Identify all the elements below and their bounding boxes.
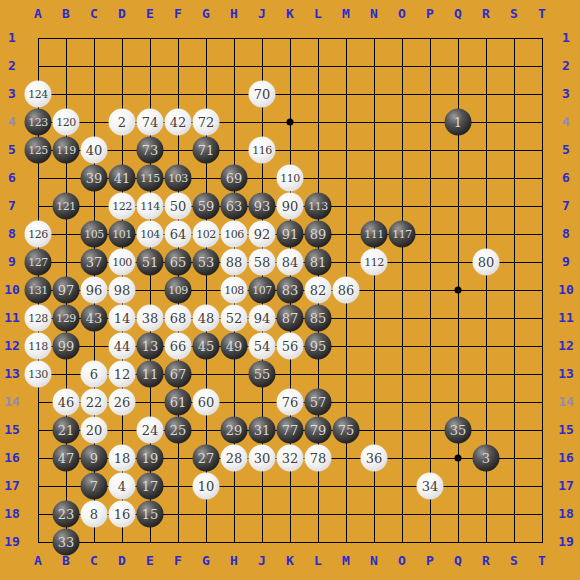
stone-white-J16: 30: [249, 445, 276, 472]
stone-black-F13: 67: [165, 361, 192, 388]
row-label-right-10: 10: [552, 282, 580, 298]
move-number: 127: [28, 256, 48, 269]
col-label-bottom-H: H: [220, 553, 248, 569]
move-number: 90: [282, 199, 299, 214]
col-label-bottom-L: L: [304, 553, 332, 569]
move-number: 34: [422, 479, 439, 494]
move-number: 7: [90, 479, 98, 494]
move-number: 4: [118, 479, 126, 494]
col-label-top-N: N: [360, 6, 388, 22]
stone-black-G12: 45: [193, 333, 220, 360]
move-number: 13: [142, 339, 159, 354]
move-number: 42: [170, 115, 187, 130]
grid-hline: [38, 542, 543, 543]
row-label-left-17: 17: [0, 478, 26, 494]
row-label-right-6: 6: [552, 170, 580, 186]
row-label-right-7: 7: [552, 198, 580, 214]
stone-white-D10: 98: [109, 277, 136, 304]
col-label-top-T: T: [528, 6, 556, 22]
stone-black-B12: 99: [53, 333, 80, 360]
row-label-right-18: 18: [552, 506, 580, 522]
move-number: 111: [364, 228, 384, 241]
col-label-top-O: O: [388, 6, 416, 22]
stone-black-K10: 83: [277, 277, 304, 304]
col-label-bottom-F: F: [164, 553, 192, 569]
move-number: 122: [112, 200, 132, 213]
stone-white-E4: 74: [137, 109, 164, 136]
move-number: 72: [198, 115, 215, 130]
move-number: 106: [224, 228, 244, 241]
col-label-bottom-N: N: [360, 553, 388, 569]
move-number: 56: [282, 339, 299, 354]
move-number: 48: [198, 311, 215, 326]
move-number: 50: [170, 199, 187, 214]
move-number: 74: [142, 115, 159, 130]
move-number: 70: [254, 87, 271, 102]
move-number: 87: [282, 311, 299, 326]
stone-black-J7: 93: [249, 193, 276, 220]
col-label-bottom-O: O: [388, 553, 416, 569]
row-label-left-11: 11: [0, 310, 26, 326]
col-label-bottom-M: M: [332, 553, 360, 569]
row-label-right-1: 1: [552, 30, 580, 46]
stone-white-M10: 86: [333, 277, 360, 304]
move-number: 1: [454, 115, 462, 130]
move-number: 100: [112, 256, 132, 269]
stone-black-O8: 117: [389, 221, 416, 248]
stone-black-B16: 47: [53, 445, 80, 472]
stone-black-J15: 31: [249, 417, 276, 444]
stone-white-C15: 20: [81, 417, 108, 444]
stone-black-M15: 75: [333, 417, 360, 444]
move-number: 52: [226, 311, 243, 326]
move-number: 37: [86, 255, 103, 270]
grid-vline: [542, 38, 543, 543]
stone-white-D14: 26: [109, 389, 136, 416]
stone-white-K9: 84: [277, 249, 304, 276]
col-label-top-E: E: [136, 6, 164, 22]
move-number: 120: [56, 116, 76, 129]
stone-white-J9: 58: [249, 249, 276, 276]
move-number: 94: [254, 311, 271, 326]
col-label-top-M: M: [332, 6, 360, 22]
stone-black-L12: 95: [305, 333, 332, 360]
stone-white-J11: 94: [249, 305, 276, 332]
move-number: 18: [114, 451, 131, 466]
move-number: 30: [254, 451, 271, 466]
move-number: 84: [282, 255, 299, 270]
stone-black-K8: 91: [277, 221, 304, 248]
move-number: 82: [310, 283, 327, 298]
move-number: 28: [226, 451, 243, 466]
stone-black-G16: 27: [193, 445, 220, 472]
move-number: 88: [226, 255, 243, 270]
stone-white-G11: 48: [193, 305, 220, 332]
stone-white-D13: 12: [109, 361, 136, 388]
move-number: 92: [254, 227, 271, 242]
col-label-bottom-D: D: [108, 553, 136, 569]
move-number: 117: [392, 228, 412, 241]
stone-black-B7: 121: [53, 193, 80, 220]
move-number: 26: [114, 395, 131, 410]
row-label-right-2: 2: [552, 58, 580, 74]
col-label-top-S: S: [500, 6, 528, 22]
move-number: 11: [142, 367, 159, 382]
move-number: 60: [198, 395, 215, 410]
col-label-top-K: K: [276, 6, 304, 22]
stone-white-E11: 38: [137, 305, 164, 332]
stone-black-A5: 125: [25, 137, 52, 164]
move-number: 125: [28, 144, 48, 157]
row-label-right-4: 4: [552, 114, 580, 130]
stone-white-K6: 110: [277, 165, 304, 192]
stone-black-K11: 87: [277, 305, 304, 332]
move-number: 101: [112, 228, 132, 241]
move-number: 43: [86, 311, 103, 326]
stone-black-C6: 39: [81, 165, 108, 192]
stone-white-R9: 80: [473, 249, 500, 276]
stone-black-F6: 103: [165, 165, 192, 192]
grid-vline: [402, 38, 403, 543]
stone-white-K16: 32: [277, 445, 304, 472]
stone-black-H12: 49: [221, 333, 248, 360]
move-number: 49: [226, 339, 243, 354]
move-number: 24: [142, 423, 159, 438]
move-number: 114: [140, 200, 160, 213]
stone-black-A4: 123: [25, 109, 52, 136]
move-number: 85: [310, 311, 327, 326]
move-number: 83: [282, 283, 299, 298]
col-label-top-Q: Q: [444, 6, 472, 22]
stone-black-H6: 69: [221, 165, 248, 192]
stone-black-L7: 113: [305, 193, 332, 220]
stone-white-J3: 70: [249, 81, 276, 108]
stone-white-A12: 118: [25, 333, 52, 360]
stone-white-H8: 106: [221, 221, 248, 248]
move-number: 118: [28, 340, 48, 353]
move-number: 105: [84, 228, 104, 241]
move-number: 6: [90, 367, 98, 382]
move-number: 64: [170, 227, 187, 242]
stone-black-C17: 7: [81, 473, 108, 500]
stone-white-F7: 50: [165, 193, 192, 220]
row-label-right-17: 17: [552, 478, 580, 494]
stone-white-C10: 96: [81, 277, 108, 304]
move-number: 93: [254, 199, 271, 214]
move-number: 46: [58, 395, 75, 410]
move-number: 103: [168, 172, 188, 185]
stone-white-E8: 104: [137, 221, 164, 248]
stone-black-L11: 85: [305, 305, 332, 332]
move-number: 58: [254, 255, 271, 270]
stone-white-H11: 52: [221, 305, 248, 332]
move-number: 59: [198, 199, 215, 214]
row-label-left-13: 13: [0, 366, 26, 382]
move-number: 63: [226, 199, 243, 214]
stone-white-G8: 102: [193, 221, 220, 248]
col-label-bottom-A: A: [24, 553, 52, 569]
move-number: 55: [254, 367, 271, 382]
move-number: 98: [114, 283, 131, 298]
stone-white-F12: 66: [165, 333, 192, 360]
row-label-right-3: 3: [552, 86, 580, 102]
move-number: 130: [28, 368, 48, 381]
move-number: 40: [86, 143, 103, 158]
move-number: 31: [254, 423, 271, 438]
stone-white-C18: 8: [81, 501, 108, 528]
move-number: 21: [58, 423, 75, 438]
stone-white-C13: 6: [81, 361, 108, 388]
stone-white-J5: 116: [249, 137, 276, 164]
stone-white-C5: 40: [81, 137, 108, 164]
col-label-bottom-T: T: [528, 553, 556, 569]
move-number: 53: [198, 255, 215, 270]
stone-white-H10: 108: [221, 277, 248, 304]
row-label-right-12: 12: [552, 338, 580, 354]
stone-black-B5: 119: [53, 137, 80, 164]
row-label-left-4: 4: [0, 114, 26, 130]
row-label-right-9: 9: [552, 254, 580, 270]
stone-white-A3: 124: [25, 81, 52, 108]
stone-white-F8: 64: [165, 221, 192, 248]
move-number: 16: [114, 507, 131, 522]
stone-white-N16: 36: [361, 445, 388, 472]
move-number: 67: [170, 367, 187, 382]
move-number: 61: [170, 395, 187, 410]
stone-white-L16: 78: [305, 445, 332, 472]
stone-white-K7: 90: [277, 193, 304, 220]
stone-black-B10: 97: [53, 277, 80, 304]
stone-black-H15: 29: [221, 417, 248, 444]
col-label-top-B: B: [52, 6, 80, 22]
move-number: 57: [310, 395, 327, 410]
move-number: 110: [280, 172, 300, 185]
stone-white-B4: 120: [53, 109, 80, 136]
move-number: 124: [28, 88, 48, 101]
move-number: 113: [308, 200, 328, 213]
move-number: 76: [282, 395, 299, 410]
stone-white-D9: 100: [109, 249, 136, 276]
stone-black-E16: 19: [137, 445, 164, 472]
move-number: 32: [282, 451, 299, 466]
stone-black-Q15: 35: [445, 417, 472, 444]
move-number: 71: [198, 143, 215, 158]
row-label-right-19: 19: [552, 534, 580, 550]
row-label-left-8: 8: [0, 226, 26, 242]
move-number: 115: [140, 172, 160, 185]
move-number: 79: [310, 423, 327, 438]
move-number: 25: [170, 423, 187, 438]
stone-white-D4: 2: [109, 109, 136, 136]
row-label-left-10: 10: [0, 282, 26, 298]
move-number: 35: [450, 423, 467, 438]
move-number: 20: [86, 423, 103, 438]
move-number: 22: [86, 395, 103, 410]
col-label-top-C: C: [80, 6, 108, 22]
row-label-right-8: 8: [552, 226, 580, 242]
move-number: 107: [252, 284, 272, 297]
move-number: 102: [196, 228, 216, 241]
row-label-left-7: 7: [0, 198, 26, 214]
move-number: 45: [198, 339, 215, 354]
move-number: 12: [114, 367, 131, 382]
go-board[interactable]: AABBCCDDEEFFGGHHJJKKLLMMNNOOPPQQRRSSTT11…: [0, 0, 580, 580]
stone-black-E12: 13: [137, 333, 164, 360]
stone-black-F14: 61: [165, 389, 192, 416]
stone-white-B14: 46: [53, 389, 80, 416]
row-label-left-16: 16: [0, 450, 26, 466]
stone-black-C11: 43: [81, 305, 108, 332]
grid-vline: [430, 38, 431, 543]
move-number: 97: [58, 283, 75, 298]
stone-white-N9: 112: [361, 249, 388, 276]
move-number: 14: [114, 311, 131, 326]
stone-black-D8: 101: [109, 221, 136, 248]
stone-black-A10: 131: [25, 277, 52, 304]
row-label-left-1: 1: [0, 30, 26, 46]
stone-black-A9: 127: [25, 249, 52, 276]
move-number: 38: [142, 311, 159, 326]
move-number: 95: [310, 339, 327, 354]
move-number: 96: [86, 283, 103, 298]
move-number: 128: [28, 312, 48, 325]
stone-white-F11: 68: [165, 305, 192, 332]
row-label-left-3: 3: [0, 86, 26, 102]
row-label-right-15: 15: [552, 422, 580, 438]
move-number: 91: [282, 227, 299, 242]
col-label-bottom-Q: Q: [444, 553, 472, 569]
move-number: 41: [114, 171, 131, 186]
move-number: 9: [90, 451, 98, 466]
move-number: 112: [364, 256, 384, 269]
stone-black-D6: 41: [109, 165, 136, 192]
stone-black-K15: 77: [277, 417, 304, 444]
move-number: 126: [28, 228, 48, 241]
col-label-bottom-G: G: [192, 553, 220, 569]
star-point-K4: [287, 119, 294, 126]
move-number: 119: [56, 144, 76, 157]
col-label-bottom-E: E: [136, 553, 164, 569]
stone-white-K12: 56: [277, 333, 304, 360]
stone-black-L14: 57: [305, 389, 332, 416]
move-number: 75: [338, 423, 355, 438]
stone-black-G9: 53: [193, 249, 220, 276]
move-number: 121: [56, 200, 76, 213]
stone-white-G17: 10: [193, 473, 220, 500]
move-number: 123: [28, 116, 48, 129]
stone-black-C9: 37: [81, 249, 108, 276]
star-point-Q10: [455, 287, 462, 294]
row-label-right-5: 5: [552, 142, 580, 158]
stone-white-A13: 130: [25, 361, 52, 388]
move-number: 80: [478, 255, 495, 270]
col-label-top-P: P: [416, 6, 444, 22]
move-number: 19: [142, 451, 159, 466]
stone-black-F15: 25: [165, 417, 192, 444]
move-number: 17: [142, 479, 159, 494]
col-label-bottom-R: R: [472, 553, 500, 569]
stone-black-E17: 17: [137, 473, 164, 500]
col-label-top-F: F: [164, 6, 192, 22]
move-number: 99: [58, 339, 75, 354]
move-number: 10: [198, 479, 215, 494]
row-label-left-2: 2: [0, 58, 26, 74]
stone-black-G7: 59: [193, 193, 220, 220]
stone-black-L9: 81: [305, 249, 332, 276]
stone-black-H7: 63: [221, 193, 248, 220]
move-number: 44: [114, 339, 131, 354]
stone-white-H16: 28: [221, 445, 248, 472]
stone-white-C14: 22: [81, 389, 108, 416]
stone-white-D11: 14: [109, 305, 136, 332]
stone-white-J12: 54: [249, 333, 276, 360]
stone-white-D7: 122: [109, 193, 136, 220]
row-label-left-5: 5: [0, 142, 26, 158]
stone-white-G4: 72: [193, 109, 220, 136]
col-label-bottom-P: P: [416, 553, 444, 569]
move-number: 77: [282, 423, 299, 438]
stone-black-C8: 105: [81, 221, 108, 248]
move-number: 129: [56, 312, 76, 325]
move-number: 86: [338, 283, 355, 298]
stone-white-D17: 4: [109, 473, 136, 500]
move-number: 78: [310, 451, 327, 466]
move-number: 104: [140, 228, 160, 241]
stone-white-G14: 60: [193, 389, 220, 416]
move-number: 69: [226, 171, 243, 186]
stone-white-D18: 16: [109, 501, 136, 528]
stone-white-E7: 114: [137, 193, 164, 220]
col-label-bottom-C: C: [80, 553, 108, 569]
stone-white-P17: 34: [417, 473, 444, 500]
stone-black-E5: 73: [137, 137, 164, 164]
stone-white-A8: 126: [25, 221, 52, 248]
col-label-top-H: H: [220, 6, 248, 22]
stone-black-E18: 15: [137, 501, 164, 528]
col-label-bottom-K: K: [276, 553, 304, 569]
stone-black-C16: 9: [81, 445, 108, 472]
move-number: 89: [310, 227, 327, 242]
move-number: 66: [170, 339, 187, 354]
row-label-right-11: 11: [552, 310, 580, 326]
col-label-top-D: D: [108, 6, 136, 22]
col-label-top-G: G: [192, 6, 220, 22]
stone-black-F9: 65: [165, 249, 192, 276]
stone-black-B11: 129: [53, 305, 80, 332]
row-label-left-9: 9: [0, 254, 26, 270]
move-number: 47: [58, 451, 75, 466]
stone-black-J13: 55: [249, 361, 276, 388]
move-number: 68: [170, 311, 187, 326]
move-number: 51: [142, 255, 159, 270]
row-label-right-16: 16: [552, 450, 580, 466]
move-number: 27: [198, 451, 215, 466]
stone-black-E6: 115: [137, 165, 164, 192]
stone-black-L15: 79: [305, 417, 332, 444]
move-number: 15: [142, 507, 159, 522]
stone-black-G5: 71: [193, 137, 220, 164]
col-label-bottom-S: S: [500, 553, 528, 569]
stone-black-E9: 51: [137, 249, 164, 276]
stone-black-B18: 23: [53, 501, 80, 528]
move-number: 116: [252, 144, 272, 157]
move-number: 29: [226, 423, 243, 438]
row-label-left-6: 6: [0, 170, 26, 186]
grid-vline: [514, 38, 515, 543]
move-number: 81: [310, 255, 327, 270]
move-number: 65: [170, 255, 187, 270]
move-number: 36: [366, 451, 383, 466]
